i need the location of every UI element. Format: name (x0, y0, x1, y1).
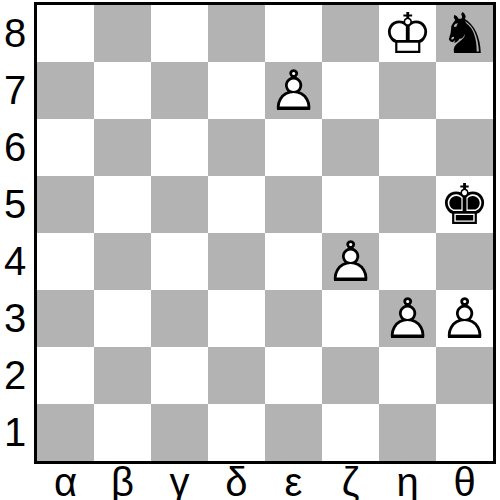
square-γ1[interactable] (151, 404, 208, 461)
square-α5[interactable] (37, 176, 94, 233)
square-θ4[interactable] (436, 233, 493, 290)
white-pawn-icon: ♙ (325, 234, 375, 290)
square-α4[interactable] (37, 233, 94, 290)
square-γ6[interactable] (151, 119, 208, 176)
file-label-d: δ (208, 464, 265, 500)
square-ζ1[interactable] (322, 404, 379, 461)
white-pawn-g3[interactable]: ♟♙ (379, 290, 436, 347)
square-α2[interactable] (37, 347, 94, 404)
square-δ1[interactable] (208, 404, 265, 461)
square-β4[interactable] (94, 233, 151, 290)
square-δ6[interactable] (208, 119, 265, 176)
square-ε3[interactable] (265, 290, 322, 347)
square-β3[interactable] (94, 290, 151, 347)
black-knight-icon: ♞ (439, 6, 489, 62)
file-label-e: ε (265, 464, 322, 500)
square-ζ7[interactable] (322, 62, 379, 119)
rank-labels: 87654321 (0, 5, 30, 461)
white-pawn-icon: ♙ (268, 63, 318, 119)
square-θ8[interactable]: ♞ (436, 5, 493, 62)
square-ζ3[interactable] (322, 290, 379, 347)
square-α6[interactable] (37, 119, 94, 176)
square-δ4[interactable] (208, 233, 265, 290)
square-δ8[interactable] (208, 5, 265, 62)
square-γ7[interactable] (151, 62, 208, 119)
file-labels: αβγδεζηθ (37, 464, 493, 500)
square-ε5[interactable] (265, 176, 322, 233)
chess-board: ♚♔♞♟♙♚♟♙♟♙♟♙ (34, 2, 496, 464)
square-γ8[interactable] (151, 5, 208, 62)
square-α1[interactable] (37, 404, 94, 461)
square-η8[interactable]: ♚♔ (379, 5, 436, 62)
rank-label-3: 3 (0, 290, 30, 347)
square-η1[interactable] (379, 404, 436, 461)
square-ε6[interactable] (265, 119, 322, 176)
file-label-f: ζ (322, 464, 379, 500)
file-label-c: γ (151, 464, 208, 500)
white-king-fill-glyph: ♚ (384, 8, 431, 60)
square-ζ8[interactable] (322, 5, 379, 62)
square-β1[interactable] (94, 404, 151, 461)
square-ε8[interactable] (265, 5, 322, 62)
white-pawn-f4[interactable]: ♟♙ (322, 233, 379, 290)
square-δ2[interactable] (208, 347, 265, 404)
square-θ2[interactable] (436, 347, 493, 404)
square-ε2[interactable] (265, 347, 322, 404)
square-η7[interactable] (379, 62, 436, 119)
square-ε1[interactable] (265, 404, 322, 461)
square-η4[interactable] (379, 233, 436, 290)
file-label-g: η (379, 464, 436, 500)
rank-label-7: 7 (0, 62, 30, 119)
rank-label-2: 2 (0, 347, 30, 404)
square-η5[interactable] (379, 176, 436, 233)
square-β8[interactable] (94, 5, 151, 62)
square-δ7[interactable] (208, 62, 265, 119)
file-label-a: α (37, 464, 94, 500)
square-ζ6[interactable] (322, 119, 379, 176)
square-θ1[interactable] (436, 404, 493, 461)
file-label-h: θ (436, 464, 493, 500)
square-ζ2[interactable] (322, 347, 379, 404)
square-α8[interactable] (37, 5, 94, 62)
square-η6[interactable] (379, 119, 436, 176)
square-γ4[interactable] (151, 233, 208, 290)
square-γ5[interactable] (151, 176, 208, 233)
rank-label-6: 6 (0, 119, 30, 176)
white-king-icon: ♔ (382, 6, 432, 62)
white-pawn-icon: ♙ (439, 291, 489, 347)
square-η3[interactable]: ♟♙ (379, 290, 436, 347)
square-β7[interactable] (94, 62, 151, 119)
white-pawn-icon: ♙ (382, 291, 432, 347)
black-knight-h8[interactable]: ♞ (436, 5, 493, 62)
white-pawn-e7[interactable]: ♟♙ (265, 62, 322, 119)
chess-diagram: 87654321 ♚♔♞♟♙♚♟♙♟♙♟♙ αβγδεζηθ (0, 0, 500, 500)
square-θ3[interactable]: ♟♙ (436, 290, 493, 347)
square-β5[interactable] (94, 176, 151, 233)
white-pawn-fill-glyph: ♟ (384, 293, 431, 345)
square-α7[interactable] (37, 62, 94, 119)
square-γ2[interactable] (151, 347, 208, 404)
black-king-h5[interactable]: ♚ (436, 176, 493, 233)
rank-label-1: 1 (0, 404, 30, 461)
black-king-icon: ♚ (439, 177, 489, 233)
square-ε4[interactable] (265, 233, 322, 290)
white-pawn-fill-glyph: ♟ (441, 293, 488, 345)
white-pawn-fill-glyph: ♟ (327, 236, 374, 288)
square-α3[interactable] (37, 290, 94, 347)
square-δ5[interactable] (208, 176, 265, 233)
square-θ6[interactable] (436, 119, 493, 176)
square-δ3[interactable] (208, 290, 265, 347)
square-β2[interactable] (94, 347, 151, 404)
square-ζ4[interactable]: ♟♙ (322, 233, 379, 290)
rank-label-4: 4 (0, 233, 30, 290)
square-θ5[interactable]: ♚ (436, 176, 493, 233)
white-pawn-fill-glyph: ♟ (270, 65, 317, 117)
square-θ7[interactable] (436, 62, 493, 119)
square-ε7[interactable]: ♟♙ (265, 62, 322, 119)
rank-label-5: 5 (0, 176, 30, 233)
square-γ3[interactable] (151, 290, 208, 347)
square-η2[interactable] (379, 347, 436, 404)
rank-label-8: 8 (0, 5, 30, 62)
square-β6[interactable] (94, 119, 151, 176)
white-king-g8[interactable]: ♚♔ (379, 5, 436, 62)
file-label-b: β (94, 464, 151, 500)
white-pawn-h3[interactable]: ♟♙ (436, 290, 493, 347)
square-ζ5[interactable] (322, 176, 379, 233)
